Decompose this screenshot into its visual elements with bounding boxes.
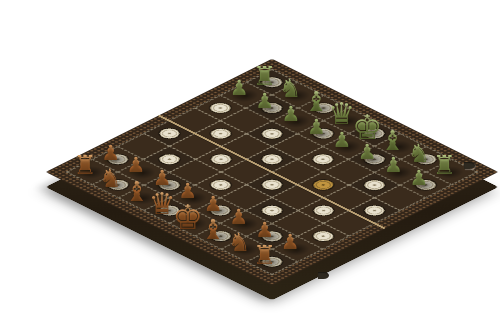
chess-board: ♜♞♝♛♚♝♞♜♟♟♟♟♟♟♟♟♟♟♟♟♟♟♟♟♜♞♝♛♚♝♞♜	[46, 59, 499, 285]
chess-set-photo: ♜♞♝♛♚♝♞♜♟♟♟♟♟♟♟♟♟♟♟♟♟♟♟♟♜♞♝♛♚♝♞♜	[0, 0, 500, 330]
piece-red-rook[interactable]: ♜	[248, 238, 282, 272]
square-f5[interactable]	[298, 172, 349, 198]
clasp-hinge-icon	[318, 272, 329, 279]
board-3d-wrap: ♜♞♝♛♚♝♞♜♟♟♟♟♟♟♟♟♟♟♟♟♟♟♟♟♜♞♝♛♚♝♞♜	[46, 59, 499, 285]
clasp-hinge-icon	[464, 162, 475, 169]
